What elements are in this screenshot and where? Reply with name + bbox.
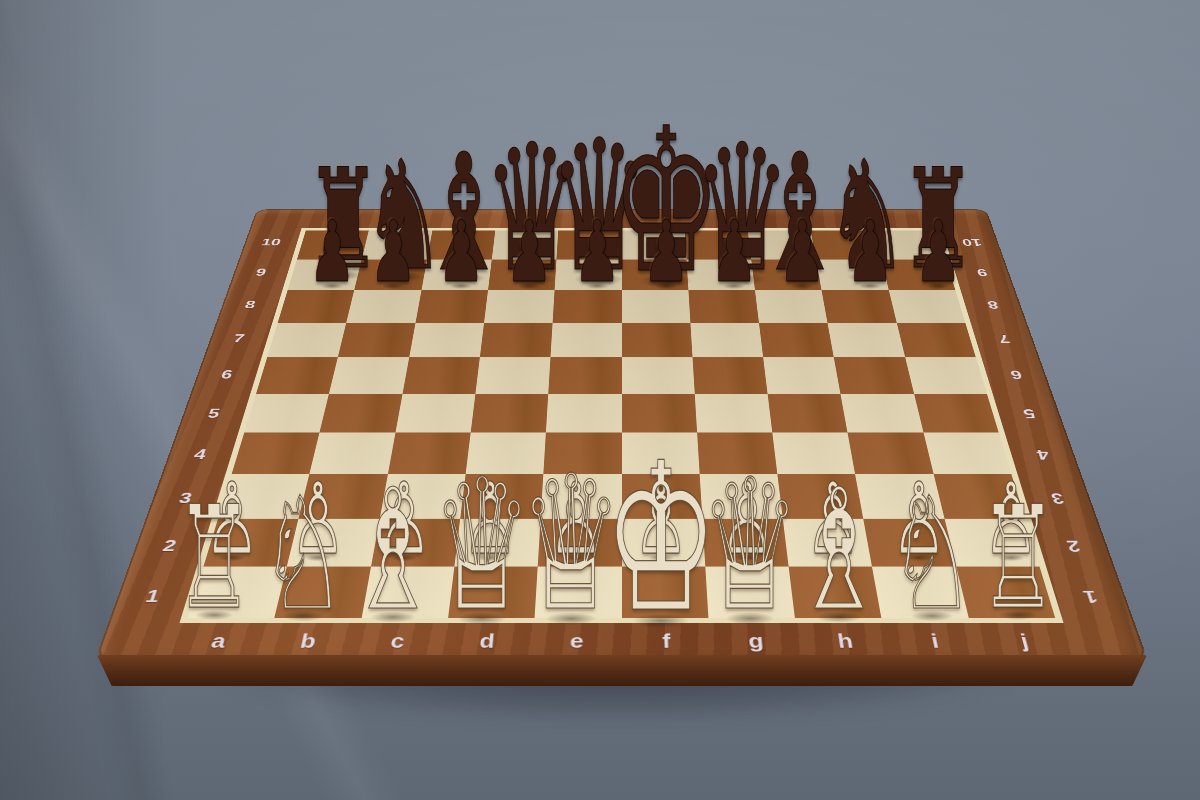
square-a7: [267, 323, 346, 357]
square-d9: [488, 259, 557, 290]
square-f6: [622, 357, 695, 394]
square-b1: [275, 567, 371, 618]
square-b9: [354, 259, 426, 290]
square-e9: [555, 259, 622, 290]
square-i5: [841, 394, 924, 433]
square-f4: [622, 433, 700, 475]
square-c9: [421, 259, 492, 290]
square-a6: [256, 357, 338, 394]
square-a10: [297, 230, 369, 259]
square-d2: [454, 519, 541, 567]
rank-label-right-4: 4: [1034, 446, 1051, 462]
square-e5: [546, 394, 621, 433]
square-g6: [692, 357, 767, 394]
square-c10: [427, 230, 495, 259]
square-g3: [699, 474, 782, 519]
square-h9: [751, 259, 822, 290]
square-e3: [541, 474, 622, 519]
rank-label-left-10: 10: [260, 237, 283, 248]
rank-label-left-1: 1: [143, 586, 162, 606]
file-label-f: f: [662, 630, 671, 652]
square-h8: [755, 290, 828, 322]
square-h6: [763, 357, 841, 394]
square-g10: [685, 230, 752, 259]
square-j1: [956, 567, 1055, 618]
square-h5: [768, 394, 848, 433]
square-b8: [346, 290, 421, 322]
square-h10: [748, 230, 816, 259]
square-b6: [329, 357, 409, 394]
square-j3: [933, 474, 1025, 519]
rank-label-right-1: 1: [1081, 586, 1100, 606]
square-i4: [848, 433, 934, 475]
file-label-j: j: [1018, 630, 1031, 652]
square-d7: [480, 323, 553, 357]
rank-label-right-9: 9: [975, 267, 989, 279]
square-c1: [361, 567, 454, 618]
square-g1: [705, 567, 795, 618]
square-d3: [460, 474, 543, 519]
square-i2: [864, 519, 956, 567]
square-h4: [772, 433, 855, 475]
square-g8: [688, 290, 759, 322]
square-j5: [914, 394, 999, 433]
square-d5: [471, 394, 549, 433]
square-e6: [548, 357, 621, 394]
rank-label-left-8: 8: [243, 298, 257, 310]
square-a3: [218, 474, 310, 519]
square-c8: [415, 290, 488, 322]
square-f9: [622, 259, 689, 290]
square-b5: [320, 394, 403, 433]
square-b4: [310, 433, 396, 475]
square-d6: [475, 357, 550, 394]
file-label-d: d: [479, 630, 496, 652]
file-label-h: h: [836, 630, 854, 652]
square-d4: [466, 433, 547, 475]
square-j10: [874, 230, 946, 259]
rank-label-left-2: 2: [160, 536, 178, 554]
square-a5: [244, 394, 329, 433]
rank-label-left-7: 7: [231, 332, 246, 345]
square-e10: [557, 230, 622, 259]
file-label-b: b: [298, 630, 318, 652]
rank-label-right-3: 3: [1049, 490, 1067, 507]
square-g9: [686, 259, 755, 290]
rank-label-left-3: 3: [177, 490, 195, 507]
square-c7: [409, 323, 484, 357]
square-e2: [538, 519, 622, 567]
board-frame: abcdefghij 10987654321 10987654321: [95, 209, 1148, 660]
rank-label-right-5: 5: [1021, 406, 1037, 421]
rank-label-left-6: 6: [219, 368, 234, 382]
file-label-g: g: [747, 630, 764, 652]
square-c3: [379, 474, 465, 519]
square-h1: [789, 567, 882, 618]
board-squares: [179, 228, 1063, 623]
photo-backdrop: abcdefghij 10987654321 10987654321 ♜♞♝♛♛…: [0, 0, 1200, 800]
square-d10: [492, 230, 559, 259]
square-h2: [783, 519, 872, 567]
square-b7: [338, 323, 415, 357]
square-i7: [828, 323, 905, 357]
square-i1: [872, 567, 968, 618]
square-h3: [777, 474, 863, 519]
square-b3: [299, 474, 388, 519]
file-label-e: e: [569, 630, 583, 652]
square-f3: [622, 474, 703, 519]
square-a9: [288, 259, 362, 290]
rank-label-left-5: 5: [206, 406, 222, 421]
square-i9: [816, 259, 888, 290]
square-a2: [203, 519, 298, 567]
square-e4: [543, 433, 621, 475]
square-c6: [402, 357, 480, 394]
square-f10: [622, 230, 687, 259]
rank-label-right-8: 8: [986, 298, 1000, 310]
square-g4: [697, 433, 778, 475]
square-j7: [896, 323, 975, 357]
square-a8: [278, 290, 355, 322]
square-j4: [923, 433, 1011, 475]
rank-label-left-9: 9: [254, 267, 268, 279]
square-b10: [362, 230, 432, 259]
square-f8: [622, 290, 691, 322]
rank-label-right-10: 10: [961, 237, 984, 248]
rank-label-right-6: 6: [1008, 368, 1023, 382]
rank-label-right-2: 2: [1064, 536, 1082, 554]
square-a4: [232, 433, 320, 475]
rank-label-left-4: 4: [192, 446, 209, 462]
file-label-a: a: [209, 630, 229, 652]
square-c5: [395, 394, 475, 433]
square-g2: [702, 519, 789, 567]
square-h7: [759, 323, 834, 357]
square-i6: [834, 357, 914, 394]
square-d8: [484, 290, 555, 322]
square-f5: [622, 394, 697, 433]
square-g5: [695, 394, 773, 433]
board-front-edge: [97, 655, 1147, 686]
chessboard-10x10: abcdefghij 10987654321 10987654321: [95, 209, 1148, 660]
file-label-c: c: [389, 630, 406, 652]
square-c4: [388, 433, 471, 475]
square-i10: [811, 230, 881, 259]
square-i3: [855, 474, 944, 519]
square-e1: [535, 567, 622, 618]
rank-label-right-7: 7: [997, 332, 1012, 345]
square-j8: [889, 290, 966, 322]
square-g7: [690, 323, 763, 357]
square-j6: [905, 357, 987, 394]
square-f1: [622, 567, 709, 618]
square-b2: [287, 519, 379, 567]
square-j9: [881, 259, 955, 290]
square-e7: [551, 323, 622, 357]
square-c2: [371, 519, 460, 567]
square-j2: [944, 519, 1039, 567]
square-i8: [822, 290, 897, 322]
file-label-i: i: [929, 630, 941, 652]
file-labels-bottom: abcdefghij: [168, 623, 1075, 660]
square-e8: [553, 290, 622, 322]
square-f7: [622, 323, 693, 357]
square-a1: [188, 567, 287, 618]
square-f2: [622, 519, 706, 567]
square-d1: [448, 567, 538, 618]
